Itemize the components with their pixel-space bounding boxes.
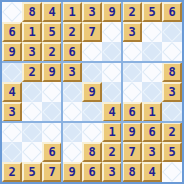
cell-r2c3: 5	[42, 22, 62, 42]
cell-r3c5[interactable]	[82, 42, 102, 62]
cell-r3c4: 6	[62, 42, 82, 62]
cell-r8c2[interactable]	[22, 142, 42, 162]
cell-r3c3: 2	[42, 42, 62, 62]
cell-r5c4[interactable]	[62, 82, 82, 102]
cell-r9c9[interactable]	[162, 162, 182, 182]
cell-r7c4[interactable]	[62, 122, 82, 142]
cell-r4c9: 8	[162, 62, 182, 82]
sudoku-board: 8413925661527393262938493346119626827352…	[0, 0, 184, 184]
cell-r3c2: 3	[22, 42, 42, 62]
cell-r2c4: 2	[62, 22, 82, 42]
cell-r6c7: 6	[122, 102, 142, 122]
cell-r5c2[interactable]	[22, 82, 42, 102]
cell-r3c6[interactable]	[102, 42, 122, 62]
cell-r9c2: 5	[22, 162, 42, 182]
cell-r1c7: 2	[122, 2, 142, 22]
cell-r8c6: 2	[102, 142, 122, 162]
cell-r5c9: 3	[162, 82, 182, 102]
cell-r9c7: 8	[122, 162, 142, 182]
cell-r1c9: 6	[162, 2, 182, 22]
cell-r4c1[interactable]	[2, 62, 22, 82]
cell-r1c3: 4	[42, 2, 62, 22]
cell-r7c1[interactable]	[2, 122, 22, 142]
cell-r8c8: 3	[142, 142, 162, 162]
cell-r2c2: 1	[22, 22, 42, 42]
cell-r2c8[interactable]	[142, 22, 162, 42]
cell-r7c9: 2	[162, 122, 182, 142]
cell-r8c7: 7	[122, 142, 142, 162]
cell-r1c5: 3	[82, 2, 102, 22]
cell-r8c5: 8	[82, 142, 102, 162]
cell-r2c5: 7	[82, 22, 102, 42]
cell-r4c4: 3	[62, 62, 82, 82]
cell-r8c3: 6	[42, 142, 62, 162]
cell-r8c4[interactable]	[62, 142, 82, 162]
cell-r1c6: 9	[102, 2, 122, 22]
cell-r3c9[interactable]	[162, 42, 182, 62]
cell-r4c6[interactable]	[102, 62, 122, 82]
cell-r2c9[interactable]	[162, 22, 182, 42]
cell-r6c9[interactable]	[162, 102, 182, 122]
cell-r4c5[interactable]	[82, 62, 102, 82]
cell-r3c8[interactable]	[142, 42, 162, 62]
cell-r4c3: 9	[42, 62, 62, 82]
cell-r1c4: 1	[62, 2, 82, 22]
cell-r6c1: 3	[2, 102, 22, 122]
cell-r4c8[interactable]	[142, 62, 162, 82]
cell-r7c5[interactable]	[82, 122, 102, 142]
cell-r4c7[interactable]	[122, 62, 142, 82]
cell-r3c7[interactable]	[122, 42, 142, 62]
cell-r9c6: 3	[102, 162, 122, 182]
cell-r8c9: 5	[162, 142, 182, 162]
cell-r2c6[interactable]	[102, 22, 122, 42]
cell-r9c5: 6	[82, 162, 102, 182]
cell-r9c3: 7	[42, 162, 62, 182]
cell-r6c8: 1	[142, 102, 162, 122]
cell-r8c1[interactable]	[2, 142, 22, 162]
cell-r6c3[interactable]	[42, 102, 62, 122]
cell-r1c8: 5	[142, 2, 162, 22]
cell-r5c1: 4	[2, 82, 22, 102]
cell-r1c1[interactable]	[2, 2, 22, 22]
cell-r6c6: 4	[102, 102, 122, 122]
cell-r3c1: 9	[2, 42, 22, 62]
cell-r7c7: 9	[122, 122, 142, 142]
cell-r5c7[interactable]	[122, 82, 142, 102]
cell-r5c8[interactable]	[142, 82, 162, 102]
cell-r7c3[interactable]	[42, 122, 62, 142]
cell-r9c4: 9	[62, 162, 82, 182]
sudoku-grid: 8413925661527393262938493346119626827352…	[2, 2, 182, 182]
cell-r9c8: 4	[142, 162, 162, 182]
cell-r1c2: 8	[22, 2, 42, 22]
cell-r4c2: 2	[22, 62, 42, 82]
cell-r6c5[interactable]	[82, 102, 102, 122]
cell-r5c6[interactable]	[102, 82, 122, 102]
cell-r6c4[interactable]	[62, 102, 82, 122]
cell-r2c1: 6	[2, 22, 22, 42]
cell-r6c2[interactable]	[22, 102, 42, 122]
cell-r2c7: 3	[122, 22, 142, 42]
cell-r7c2[interactable]	[22, 122, 42, 142]
cell-r5c5: 9	[82, 82, 102, 102]
cell-r7c8: 6	[142, 122, 162, 142]
cell-r5c3[interactable]	[42, 82, 62, 102]
cell-r7c6: 1	[102, 122, 122, 142]
cell-r9c1: 2	[2, 162, 22, 182]
